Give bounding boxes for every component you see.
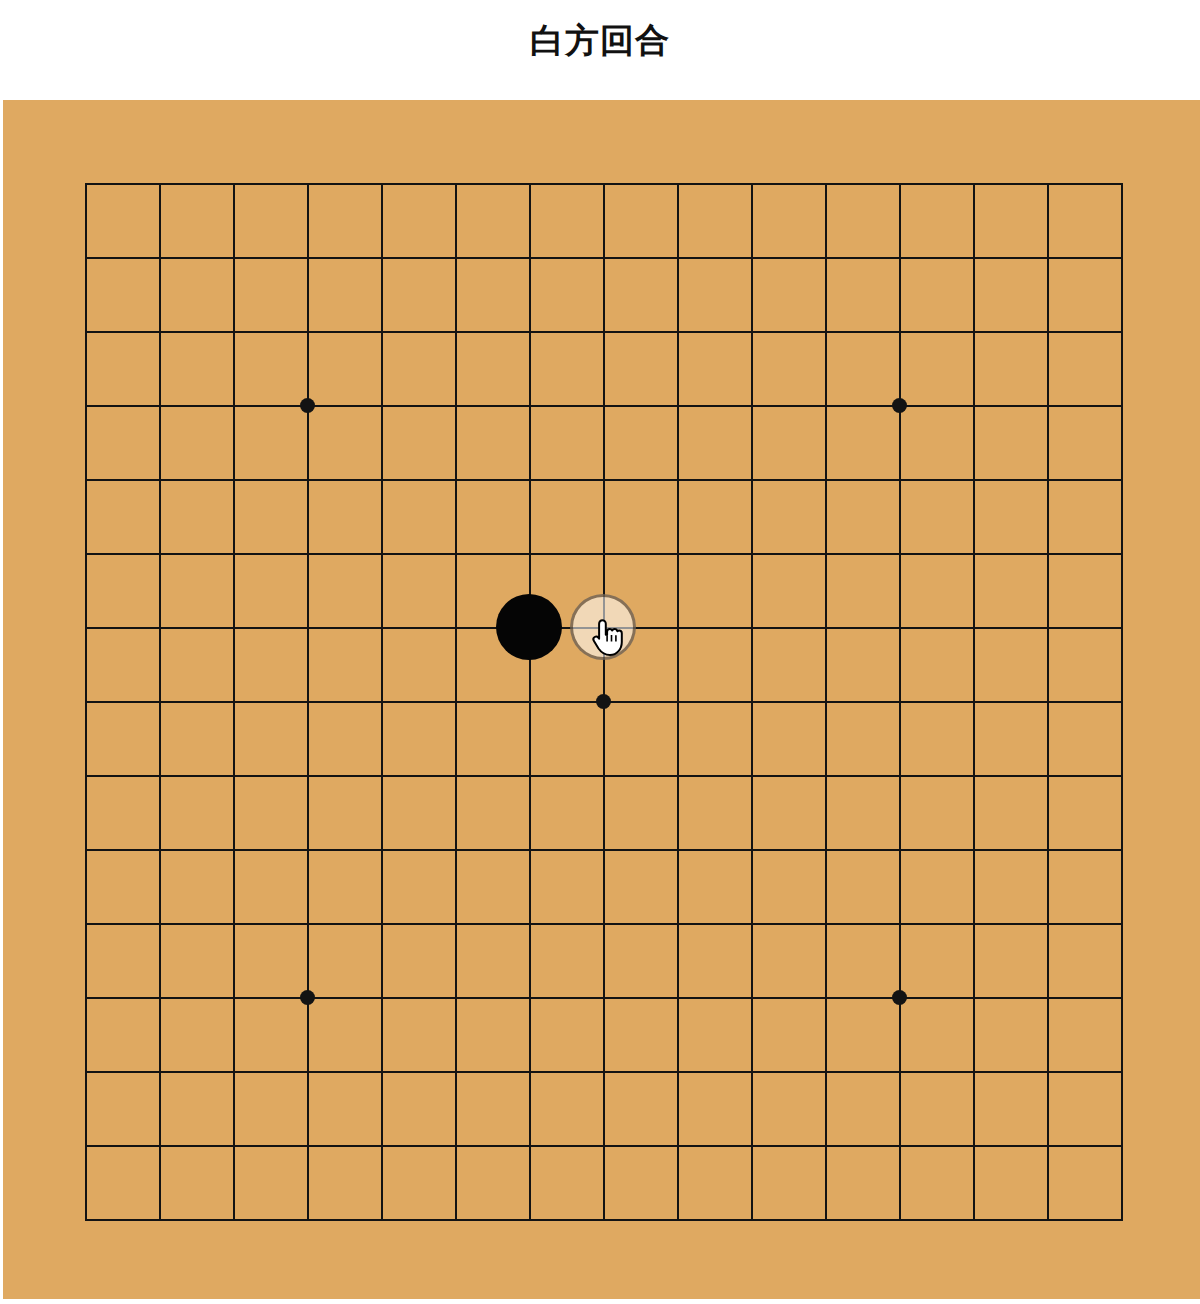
intersection-D6[interactable] [270, 812, 344, 886]
intersection-L15[interactable] [862, 146, 936, 220]
intersection-C1[interactable] [196, 1182, 270, 1256]
intersection-O5[interactable] [1084, 886, 1158, 960]
intersection-F13[interactable] [418, 294, 492, 368]
intersection-G6[interactable] [492, 812, 566, 886]
intersection-A1[interactable] [48, 1182, 122, 1256]
intersection-J4[interactable] [714, 960, 788, 1034]
intersection-E9[interactable] [344, 590, 418, 664]
intersection-H5[interactable] [566, 886, 640, 960]
intersection-L13[interactable] [862, 294, 936, 368]
intersection-C11[interactable] [196, 442, 270, 516]
black-stone [496, 594, 562, 660]
intersection-M11[interactable] [936, 442, 1010, 516]
intersection-K9[interactable] [788, 590, 862, 664]
intersection-G10[interactable] [492, 516, 566, 590]
intersection-N8[interactable] [1010, 664, 1084, 738]
intersection-A5[interactable] [48, 886, 122, 960]
intersection-C13[interactable] [196, 294, 270, 368]
intersection-G4[interactable] [492, 960, 566, 1034]
intersection-K4[interactable] [788, 960, 862, 1034]
intersection-G7[interactable] [492, 738, 566, 812]
intersection-K14[interactable] [788, 220, 862, 294]
intersection-D9[interactable] [270, 590, 344, 664]
intersection-M14[interactable] [936, 220, 1010, 294]
intersection-E5[interactable] [344, 886, 418, 960]
intersection-I7[interactable] [640, 738, 714, 812]
intersection-K11[interactable] [788, 442, 862, 516]
intersection-B10[interactable] [122, 516, 196, 590]
intersection-K7[interactable] [788, 738, 862, 812]
intersection-F8[interactable] [418, 664, 492, 738]
intersection-L6[interactable] [862, 812, 936, 886]
intersection-H8[interactable] [566, 664, 640, 738]
intersection-A2[interactable] [48, 1108, 122, 1182]
intersection-I11[interactable] [640, 442, 714, 516]
intersection-O13[interactable] [1084, 294, 1158, 368]
intersection-J11[interactable] [714, 442, 788, 516]
intersection-I14[interactable] [640, 220, 714, 294]
intersection-B7[interactable] [122, 738, 196, 812]
intersection-B1[interactable] [122, 1182, 196, 1256]
intersection-A9[interactable] [48, 590, 122, 664]
intersection-F4[interactable] [418, 960, 492, 1034]
intersection-O7[interactable] [1084, 738, 1158, 812]
intersection-N6[interactable] [1010, 812, 1084, 886]
intersection-B4[interactable] [122, 960, 196, 1034]
intersection-D15[interactable] [270, 146, 344, 220]
intersection-B6[interactable] [122, 812, 196, 886]
intersection-G1[interactable] [492, 1182, 566, 1256]
intersection-L11[interactable] [862, 442, 936, 516]
intersection-A8[interactable] [48, 664, 122, 738]
intersection-I8[interactable] [640, 664, 714, 738]
intersection-N13[interactable] [1010, 294, 1084, 368]
intersection-L5[interactable] [862, 886, 936, 960]
intersection-J2[interactable] [714, 1108, 788, 1182]
intersection-O14[interactable] [1084, 220, 1158, 294]
intersection-K15[interactable] [788, 146, 862, 220]
intersection-L14[interactable] [862, 220, 936, 294]
intersection-E10[interactable] [344, 516, 418, 590]
intersection-E3[interactable] [344, 1034, 418, 1108]
intersection-H12[interactable] [566, 368, 640, 442]
intersection-M1[interactable] [936, 1182, 1010, 1256]
intersection-J9[interactable] [714, 590, 788, 664]
star-point [596, 694, 611, 709]
intersection-E11[interactable] [344, 442, 418, 516]
intersection-M8[interactable] [936, 664, 1010, 738]
intersection-H15[interactable] [566, 146, 640, 220]
star-point [300, 990, 315, 1005]
intersection-L12[interactable] [862, 368, 936, 442]
intersection-M3[interactable] [936, 1034, 1010, 1108]
page-title: 白方回合 [530, 0, 670, 57]
intersection-D2[interactable] [270, 1108, 344, 1182]
intersection-N15[interactable] [1010, 146, 1084, 220]
intersection-O11[interactable] [1084, 442, 1158, 516]
intersection-N2[interactable] [1010, 1108, 1084, 1182]
intersection-C15[interactable] [196, 146, 270, 220]
intersection-E4[interactable] [344, 960, 418, 1034]
intersection-I15[interactable] [640, 146, 714, 220]
intersection-D8[interactable] [270, 664, 344, 738]
intersection-A11[interactable] [48, 442, 122, 516]
intersection-K13[interactable] [788, 294, 862, 368]
star-point [300, 398, 315, 413]
intersection-A4[interactable] [48, 960, 122, 1034]
intersection-H11[interactable] [566, 442, 640, 516]
intersection-E13[interactable] [344, 294, 418, 368]
intersection-E7[interactable] [344, 738, 418, 812]
intersection-D14[interactable] [270, 220, 344, 294]
intersection-G15[interactable] [492, 146, 566, 220]
intersection-B8[interactable] [122, 664, 196, 738]
intersection-I12[interactable] [640, 368, 714, 442]
intersection-O9[interactable] [1084, 590, 1158, 664]
intersection-I9[interactable] [640, 590, 714, 664]
star-point [892, 398, 907, 413]
intersection-C6[interactable] [196, 812, 270, 886]
intersection-M13[interactable] [936, 294, 1010, 368]
intersection-N12[interactable] [1010, 368, 1084, 442]
intersection-J15[interactable] [714, 146, 788, 220]
intersection-M10[interactable] [936, 516, 1010, 590]
intersection-K12[interactable] [788, 368, 862, 442]
intersection-I1[interactable] [640, 1182, 714, 1256]
intersection-O12[interactable] [1084, 368, 1158, 442]
intersection-O3[interactable] [1084, 1034, 1158, 1108]
intersection-N7[interactable] [1010, 738, 1084, 812]
intersection-D13[interactable] [270, 294, 344, 368]
intersection-C8[interactable] [196, 664, 270, 738]
intersection-M2[interactable] [936, 1108, 1010, 1182]
intersection-G2[interactable] [492, 1108, 566, 1182]
intersection-K6[interactable] [788, 812, 862, 886]
intersection-E2[interactable] [344, 1108, 418, 1182]
intersection-F5[interactable] [418, 886, 492, 960]
intersection-E6[interactable] [344, 812, 418, 886]
intersection-B2[interactable] [122, 1108, 196, 1182]
intersection-H3[interactable] [566, 1034, 640, 1108]
intersection-B13[interactable] [122, 294, 196, 368]
intersection-I10[interactable] [640, 516, 714, 590]
intersection-L9[interactable] [862, 590, 936, 664]
intersection-F9[interactable] [418, 590, 492, 664]
intersection-A10[interactable] [48, 516, 122, 590]
intersection-D10[interactable] [270, 516, 344, 590]
intersection-F6[interactable] [418, 812, 492, 886]
intersection-H13[interactable] [566, 294, 640, 368]
intersection-H14[interactable] [566, 220, 640, 294]
intersection-B5[interactable] [122, 886, 196, 960]
intersection-E1[interactable] [344, 1182, 418, 1256]
intersection-L10[interactable] [862, 516, 936, 590]
white-preview-stone[interactable] [570, 594, 636, 660]
intersection-A12[interactable] [48, 368, 122, 442]
intersection-G12[interactable] [492, 368, 566, 442]
intersection-L2[interactable] [862, 1108, 936, 1182]
intersection-G11[interactable] [492, 442, 566, 516]
intersection-B15[interactable] [122, 146, 196, 220]
intersection-N5[interactable] [1010, 886, 1084, 960]
intersection-M6[interactable] [936, 812, 1010, 886]
intersection-K8[interactable] [788, 664, 862, 738]
intersection-C12[interactable] [196, 368, 270, 442]
intersection-D7[interactable] [270, 738, 344, 812]
intersection-O1[interactable] [1084, 1182, 1158, 1256]
intersection-D3[interactable] [270, 1034, 344, 1108]
intersection-O10[interactable] [1084, 516, 1158, 590]
intersection-M9[interactable] [936, 590, 1010, 664]
intersection-B3[interactable] [122, 1034, 196, 1108]
intersection-C9[interactable] [196, 590, 270, 664]
intersection-N11[interactable] [1010, 442, 1084, 516]
intersection-J7[interactable] [714, 738, 788, 812]
intersection-N4[interactable] [1010, 960, 1084, 1034]
intersection-O15[interactable] [1084, 146, 1158, 220]
intersection-C3[interactable] [196, 1034, 270, 1108]
intersection-N3[interactable] [1010, 1034, 1084, 1108]
intersection-M5[interactable] [936, 886, 1010, 960]
intersection-J14[interactable] [714, 220, 788, 294]
intersection-F10[interactable] [418, 516, 492, 590]
intersection-J8[interactable] [714, 664, 788, 738]
intersection-B9[interactable] [122, 590, 196, 664]
intersection-A14[interactable] [48, 220, 122, 294]
intersection-C2[interactable] [196, 1108, 270, 1182]
intersection-F14[interactable] [418, 220, 492, 294]
intersection-E14[interactable] [344, 220, 418, 294]
intersection-A3[interactable] [48, 1034, 122, 1108]
intersection-J13[interactable] [714, 294, 788, 368]
intersection-G5[interactable] [492, 886, 566, 960]
intersection-L8[interactable] [862, 664, 936, 738]
intersection-C14[interactable] [196, 220, 270, 294]
intersection-F3[interactable] [418, 1034, 492, 1108]
intersection-K1[interactable] [788, 1182, 862, 1256]
intersection-D5[interactable] [270, 886, 344, 960]
intersection-A15[interactable] [48, 146, 122, 220]
intersection-L1[interactable] [862, 1182, 936, 1256]
intersection-J6[interactable] [714, 812, 788, 886]
intersection-H10[interactable] [566, 516, 640, 590]
intersection-O6[interactable] [1084, 812, 1158, 886]
intersection-H9[interactable] [566, 590, 640, 664]
intersection-G3[interactable] [492, 1034, 566, 1108]
intersection-B11[interactable] [122, 442, 196, 516]
intersection-O4[interactable] [1084, 960, 1158, 1034]
gomoku-board [3, 100, 1200, 1299]
intersection-J3[interactable] [714, 1034, 788, 1108]
intersection-O2[interactable] [1084, 1108, 1158, 1182]
intersection-A6[interactable] [48, 812, 122, 886]
intersection-E8[interactable] [344, 664, 418, 738]
intersection-K10[interactable] [788, 516, 862, 590]
intersection-H7[interactable] [566, 738, 640, 812]
intersection-M15[interactable] [936, 146, 1010, 220]
header: 白方回合 [0, 0, 1200, 100]
intersection-D4[interactable] [270, 960, 344, 1034]
intersection-D12[interactable] [270, 368, 344, 442]
intersection-C7[interactable] [196, 738, 270, 812]
intersection-F1[interactable] [418, 1182, 492, 1256]
intersection-N1[interactable] [1010, 1182, 1084, 1256]
intersection-N14[interactable] [1010, 220, 1084, 294]
intersection-A7[interactable] [48, 738, 122, 812]
intersection-J5[interactable] [714, 886, 788, 960]
intersection-C5[interactable] [196, 886, 270, 960]
intersection-H6[interactable] [566, 812, 640, 886]
intersection-B12[interactable] [122, 368, 196, 442]
intersection-D11[interactable] [270, 442, 344, 516]
intersection-M4[interactable] [936, 960, 1010, 1034]
intersection-H4[interactable] [566, 960, 640, 1034]
intersection-B14[interactable] [122, 220, 196, 294]
intersection-F2[interactable] [418, 1108, 492, 1182]
intersection-D1[interactable] [270, 1182, 344, 1256]
intersection-I5[interactable] [640, 886, 714, 960]
intersection-K5[interactable] [788, 886, 862, 960]
intersection-L7[interactable] [862, 738, 936, 812]
intersection-J1[interactable] [714, 1182, 788, 1256]
intersection-F15[interactable] [418, 146, 492, 220]
intersection-M12[interactable] [936, 368, 1010, 442]
board-grid [48, 146, 1158, 1256]
intersection-F11[interactable] [418, 442, 492, 516]
intersection-F12[interactable] [418, 368, 492, 442]
intersection-N10[interactable] [1010, 516, 1084, 590]
intersection-J12[interactable] [714, 368, 788, 442]
intersection-G8[interactable] [492, 664, 566, 738]
intersection-G14[interactable] [492, 220, 566, 294]
intersection-E12[interactable] [344, 368, 418, 442]
intersection-L4[interactable] [862, 960, 936, 1034]
intersection-N9[interactable] [1010, 590, 1084, 664]
intersection-K2[interactable] [788, 1108, 862, 1182]
intersection-A13[interactable] [48, 294, 122, 368]
intersection-J10[interactable] [714, 516, 788, 590]
intersection-L3[interactable] [862, 1034, 936, 1108]
intersection-K3[interactable] [788, 1034, 862, 1108]
intersection-G9[interactable] [492, 590, 566, 664]
intersection-I4[interactable] [640, 960, 714, 1034]
intersection-G13[interactable] [492, 294, 566, 368]
intersection-H2[interactable] [566, 1108, 640, 1182]
intersection-E15[interactable] [344, 146, 418, 220]
intersection-H1[interactable] [566, 1182, 640, 1256]
intersection-I3[interactable] [640, 1034, 714, 1108]
intersection-O8[interactable] [1084, 664, 1158, 738]
intersection-M7[interactable] [936, 738, 1010, 812]
intersection-I13[interactable] [640, 294, 714, 368]
intersection-I2[interactable] [640, 1108, 714, 1182]
intersection-C4[interactable] [196, 960, 270, 1034]
intersection-C10[interactable] [196, 516, 270, 590]
intersection-F7[interactable] [418, 738, 492, 812]
intersection-I6[interactable] [640, 812, 714, 886]
star-point [892, 990, 907, 1005]
